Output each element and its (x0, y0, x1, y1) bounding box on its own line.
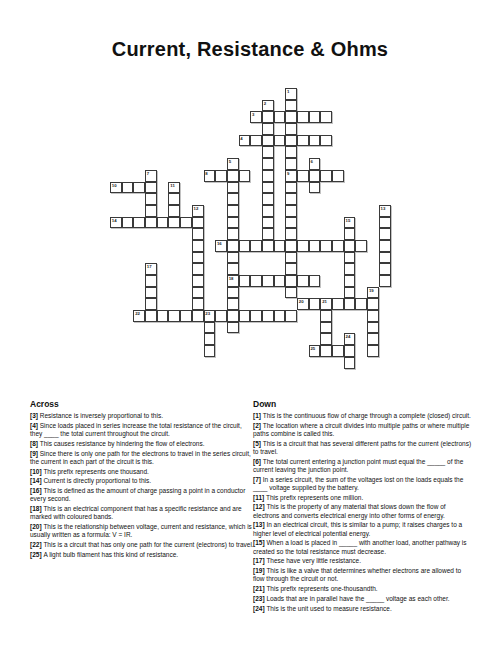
clue-number: 4 (240, 136, 242, 141)
grid-cell[interactable] (122, 182, 134, 194)
empty-space (262, 322, 274, 334)
grid-cell[interactable] (285, 310, 297, 322)
empty-space (379, 170, 391, 182)
empty-space (227, 345, 239, 357)
grid-cell[interactable] (168, 205, 180, 217)
grid-cell[interactable]: 6 (309, 158, 321, 170)
grid-cell[interactable]: 20 (297, 298, 309, 310)
empty-space (250, 345, 262, 357)
grid-cell[interactable] (262, 111, 274, 123)
grid-cell[interactable] (274, 275, 286, 287)
empty-space (215, 322, 227, 334)
empty-space (274, 100, 286, 112)
grid-cell[interactable] (227, 310, 239, 322)
grid-cell[interactable] (168, 217, 180, 229)
grid-cell[interactable] (309, 135, 321, 147)
grid-cell[interactable] (227, 217, 239, 229)
grid-cell[interactable] (379, 240, 391, 252)
empty-space (192, 111, 204, 123)
empty-space (332, 217, 344, 229)
grid-cell[interactable] (344, 263, 356, 275)
grid-cell[interactable]: 1 (285, 88, 297, 100)
grid-cell[interactable] (227, 193, 239, 205)
clue-item: [17] These have very little resistance. (253, 557, 473, 565)
grid-cell[interactable] (344, 228, 356, 240)
grid-cell[interactable] (262, 146, 274, 158)
grid-cell[interactable]: 21 (320, 298, 332, 310)
grid-cell[interactable] (297, 240, 309, 252)
grid-cell[interactable] (239, 240, 251, 252)
empty-space (239, 263, 251, 275)
grid-cell[interactable] (379, 252, 391, 264)
empty-space (332, 193, 344, 205)
empty-space (355, 275, 367, 287)
grid-cell[interactable] (285, 228, 297, 240)
grid-cell[interactable] (168, 310, 180, 322)
empty-space (332, 275, 344, 287)
grid-cell[interactable]: 16 (215, 240, 227, 252)
grid-cell[interactable] (192, 275, 204, 287)
clue-number: 21 (322, 299, 327, 304)
empty-space (320, 252, 332, 264)
empty-space (204, 217, 216, 229)
empty-space (285, 333, 297, 345)
grid-cell[interactable]: 17 (145, 263, 157, 275)
empty-space (180, 193, 192, 205)
empty-space (297, 252, 309, 264)
empty-space (309, 205, 321, 217)
grid-cell[interactable] (204, 345, 216, 357)
empty-space (145, 228, 157, 240)
clue-item: [4] Since loads placed in series increas… (30, 422, 254, 438)
empty-space (110, 298, 122, 310)
clue-item: [6] The total current entering a junctio… (253, 458, 473, 474)
grid-cell[interactable] (285, 123, 297, 135)
empty-space (215, 333, 227, 345)
empty-space (344, 135, 356, 147)
empty-space (379, 333, 391, 345)
grid-cell[interactable] (133, 182, 145, 194)
empty-space (239, 100, 251, 112)
empty-space (145, 111, 157, 123)
grid-cell[interactable]: 9 (285, 170, 297, 182)
empty-space (180, 182, 192, 194)
grid-cell[interactable] (379, 275, 391, 287)
grid-cell[interactable] (122, 217, 134, 229)
grid-cell[interactable] (344, 298, 356, 310)
empty-space (145, 252, 157, 264)
grid-cell[interactable]: 14 (110, 217, 122, 229)
grid-cell[interactable] (320, 333, 332, 345)
grid-cell[interactable] (145, 182, 157, 194)
empty-space (355, 146, 367, 158)
grid-cell[interactable] (285, 275, 297, 287)
grid-cell[interactable]: 18 (227, 275, 239, 287)
grid-cell[interactable] (239, 310, 251, 322)
empty-space (180, 252, 192, 264)
empty-space (320, 146, 332, 158)
grid-cell[interactable]: 24 (344, 333, 356, 345)
grid-cell[interactable] (227, 170, 239, 182)
empty-space (157, 275, 169, 287)
grid-cell[interactable] (344, 287, 356, 299)
grid-cell[interactable] (145, 217, 157, 229)
grid-cell[interactable] (274, 310, 286, 322)
empty-space (320, 158, 332, 170)
grid-cell[interactable] (262, 217, 274, 229)
empty-space (274, 357, 286, 369)
grid-cell[interactable] (227, 228, 239, 240)
grid-cell[interactable] (227, 298, 239, 310)
empty-space (344, 158, 356, 170)
grid-cell[interactable]: 11 (168, 182, 180, 194)
empty-space (285, 322, 297, 334)
empty-space (297, 205, 309, 217)
grid-cell[interactable] (355, 240, 367, 252)
empty-space (180, 146, 192, 158)
empty-space (168, 345, 180, 357)
grid-cell[interactable] (227, 263, 239, 275)
empty-space (168, 228, 180, 240)
empty-space (274, 88, 286, 100)
clue-number: 23 (205, 311, 210, 316)
grid-cell[interactable] (332, 240, 344, 252)
grid-cell[interactable]: 7 (145, 170, 157, 182)
clue-item: [23] Loads that are in parallel have the… (253, 595, 473, 603)
grid-cell[interactable] (285, 263, 297, 275)
empty-space (157, 193, 169, 205)
empty-space (122, 170, 134, 182)
grid-cell[interactable] (239, 275, 251, 287)
empty-space (274, 287, 286, 299)
empty-space (168, 333, 180, 345)
grid-cell[interactable]: 5 (227, 158, 239, 170)
empty-space (110, 275, 122, 287)
grid-cell[interactable] (332, 170, 344, 182)
empty-space (180, 322, 192, 334)
empty-space (379, 182, 391, 194)
empty-space (215, 135, 227, 147)
empty-space (145, 135, 157, 147)
grid-cell[interactable]: 22 (133, 310, 145, 322)
grid-cell[interactable]: 2 (262, 100, 274, 112)
empty-space (332, 205, 344, 217)
grid-cell[interactable] (367, 310, 379, 322)
grid-cell[interactable] (145, 193, 157, 205)
grid-cell[interactable] (309, 170, 321, 182)
grid-cell[interactable] (192, 252, 204, 264)
empty-space (168, 88, 180, 100)
empty-space (332, 182, 344, 194)
empty-space (250, 158, 262, 170)
grid-cell[interactable]: 8 (204, 170, 216, 182)
grid-cell[interactable] (262, 182, 274, 194)
grid-cell[interactable] (262, 123, 274, 135)
grid-cell[interactable] (285, 252, 297, 264)
grid-cell[interactable]: 13 (379, 205, 391, 217)
empty-space (332, 100, 344, 112)
empty-space (379, 111, 391, 123)
empty-space (122, 263, 134, 275)
grid-cell[interactable] (297, 111, 309, 123)
grid-cell[interactable] (227, 252, 239, 264)
empty-space (332, 310, 344, 322)
grid-cell[interactable] (309, 298, 321, 310)
empty-space (250, 100, 262, 112)
empty-space (204, 240, 216, 252)
empty-space (320, 205, 332, 217)
empty-space (379, 298, 391, 310)
grid-cell[interactable] (285, 193, 297, 205)
empty-space (133, 322, 145, 334)
grid-cell[interactable] (168, 193, 180, 205)
grid-cell[interactable]: 3 (250, 111, 262, 123)
clue-item: [2] The location where a circuit divides… (253, 422, 473, 438)
empty-space (168, 287, 180, 299)
grid-cell[interactable] (215, 310, 227, 322)
grid-cell[interactable] (297, 275, 309, 287)
empty-space (239, 88, 251, 100)
grid-cell[interactable] (192, 263, 204, 275)
grid-cell[interactable] (204, 333, 216, 345)
grid-cell[interactable] (274, 135, 286, 147)
empty-space (215, 298, 227, 310)
empty-space (157, 298, 169, 310)
empty-space (133, 287, 145, 299)
grid-cell[interactable] (309, 275, 321, 287)
empty-space (215, 287, 227, 299)
empty-space (215, 263, 227, 275)
grid-cell[interactable] (262, 170, 274, 182)
grid-cell[interactable] (367, 333, 379, 345)
grid-cell[interactable] (145, 205, 157, 217)
empty-space (157, 322, 169, 334)
empty-space (285, 357, 297, 369)
empty-space (157, 111, 169, 123)
empty-space (157, 228, 169, 240)
grid-cell[interactable]: 25 (309, 345, 321, 357)
empty-space (180, 263, 192, 275)
empty-space (157, 158, 169, 170)
grid-cell[interactable] (320, 135, 332, 147)
grid-cell[interactable] (192, 240, 204, 252)
grid-cell[interactable] (262, 135, 274, 147)
grid-cell[interactable] (285, 217, 297, 229)
grid-cell[interactable] (320, 170, 332, 182)
empty-space (192, 333, 204, 345)
grid-cell[interactable] (320, 111, 332, 123)
grid-cell[interactable] (145, 287, 157, 299)
grid-cell[interactable] (262, 158, 274, 170)
empty-space (297, 263, 309, 275)
grid-cell[interactable]: 19 (367, 287, 379, 299)
empty-space (145, 100, 157, 112)
empty-space (192, 193, 204, 205)
grid-cell[interactable] (344, 275, 356, 287)
empty-space (168, 322, 180, 334)
empty-space (274, 217, 286, 229)
grid-cell[interactable] (180, 310, 192, 322)
grid-cell[interactable] (145, 310, 157, 322)
empty-space (122, 298, 134, 310)
clue-item: [15] When a load is placed in _____ with… (253, 539, 473, 555)
empty-space (122, 345, 134, 357)
grid-cell[interactable] (285, 240, 297, 252)
grid-cell[interactable] (250, 275, 262, 287)
empty-space (239, 228, 251, 240)
grid-cell[interactable] (250, 310, 262, 322)
empty-space (320, 193, 332, 205)
empty-space (274, 298, 286, 310)
empty-space (180, 88, 192, 100)
grid-cell[interactable] (320, 345, 332, 357)
empty-space (110, 135, 122, 147)
empty-space (355, 205, 367, 217)
empty-space (239, 123, 251, 135)
empty-space (122, 111, 134, 123)
grid-cell[interactable]: 12 (192, 205, 204, 217)
grid-cell[interactable] (227, 322, 239, 334)
empty-space (332, 357, 344, 369)
grid-cell[interactable] (262, 228, 274, 240)
grid-cell[interactable] (227, 240, 239, 252)
grid-cell[interactable] (297, 170, 309, 182)
empty-space (192, 88, 204, 100)
empty-space (227, 357, 239, 369)
grid-cell[interactable] (274, 240, 286, 252)
grid-cell[interactable]: 4 (239, 135, 251, 147)
grid-cell[interactable] (262, 193, 274, 205)
empty-space (204, 111, 216, 123)
clue-number: 18 (229, 276, 234, 281)
empty-space (239, 252, 251, 264)
empty-space (274, 333, 286, 345)
grid-cell[interactable] (367, 345, 379, 357)
grid-cell[interactable] (250, 135, 262, 147)
grid-cell[interactable] (262, 275, 274, 287)
empty-space (192, 135, 204, 147)
grid-cell[interactable] (180, 217, 192, 229)
grid-cell[interactable] (262, 310, 274, 322)
grid-cell[interactable] (355, 298, 367, 310)
grid-cell[interactable] (367, 322, 379, 334)
empty-space (355, 111, 367, 123)
grid-cell[interactable] (285, 287, 297, 299)
grid-cell[interactable] (367, 298, 379, 310)
grid-cell[interactable] (344, 252, 356, 264)
empty-space (227, 123, 239, 135)
grid-cell[interactable] (285, 135, 297, 147)
empty-space (344, 205, 356, 217)
clue-number: 5 (229, 159, 231, 164)
grid-cell[interactable] (309, 240, 321, 252)
grid-cell[interactable] (285, 146, 297, 158)
grid-cell[interactable] (320, 310, 332, 322)
grid-cell[interactable]: 15 (344, 217, 356, 229)
grid-cell[interactable] (157, 217, 169, 229)
clue-number: 2 (264, 101, 266, 106)
empty-space (110, 322, 122, 334)
empty-space (145, 123, 157, 135)
grid-cell[interactable] (133, 217, 145, 229)
empty-space (110, 345, 122, 357)
grid-cell[interactable] (320, 322, 332, 334)
grid-cell[interactable] (285, 111, 297, 123)
empty-space (204, 228, 216, 240)
empty-space (344, 322, 356, 334)
empty-space (355, 193, 367, 205)
empty-space (309, 146, 321, 158)
grid-cell[interactable] (309, 182, 321, 194)
grid-cell[interactable] (332, 345, 344, 357)
grid-cell[interactable] (145, 275, 157, 287)
grid-cell[interactable] (344, 345, 356, 357)
grid-cell[interactable] (250, 240, 262, 252)
grid-cell[interactable] (239, 170, 251, 182)
empty-space (145, 146, 157, 158)
grid-cell[interactable] (192, 287, 204, 299)
empty-space (168, 111, 180, 123)
empty-space (180, 111, 192, 123)
grid-cell[interactable] (344, 240, 356, 252)
grid-cell[interactable] (274, 111, 286, 123)
grid-cell[interactable] (192, 217, 204, 229)
grid-cell[interactable] (192, 228, 204, 240)
grid-cell[interactable] (297, 135, 309, 147)
empty-space (367, 135, 379, 147)
grid-cell[interactable] (192, 298, 204, 310)
empty-space (274, 123, 286, 135)
empty-space (157, 345, 169, 357)
grid-cell[interactable] (344, 357, 356, 369)
empty-space (297, 100, 309, 112)
grid-cell[interactable] (227, 287, 239, 299)
empty-space (110, 205, 122, 217)
grid-cell[interactable] (309, 111, 321, 123)
grid-cell[interactable]: 10 (110, 182, 122, 194)
grid-cell[interactable] (227, 182, 239, 194)
grid-cell[interactable] (204, 322, 216, 334)
grid-cell[interactable] (157, 310, 169, 322)
grid-cell[interactable] (262, 240, 274, 252)
grid-cell[interactable] (320, 240, 332, 252)
empty-space (367, 88, 379, 100)
clue-number: 8 (205, 171, 207, 176)
grid-cell[interactable] (262, 205, 274, 217)
empty-space (145, 322, 157, 334)
grid-cell[interactable] (285, 100, 297, 112)
grid-cell[interactable] (285, 205, 297, 217)
grid-cell[interactable] (215, 170, 227, 182)
grid-cell[interactable] (332, 298, 344, 310)
empty-space (250, 252, 262, 264)
grid-cell[interactable] (285, 158, 297, 170)
empty-space (168, 146, 180, 158)
grid-cell[interactable] (227, 205, 239, 217)
grid-cell[interactable] (145, 298, 157, 310)
grid-cell[interactable] (192, 310, 204, 322)
grid-cell[interactable]: 23 (204, 310, 216, 322)
empty-space (204, 287, 216, 299)
empty-space (355, 88, 367, 100)
grid-cell[interactable] (379, 263, 391, 275)
empty-space (145, 357, 157, 369)
grid-cell[interactable] (285, 182, 297, 194)
empty-space (204, 193, 216, 205)
empty-space (250, 333, 262, 345)
grid-cell[interactable] (379, 228, 391, 240)
grid-cell[interactable] (379, 217, 391, 229)
